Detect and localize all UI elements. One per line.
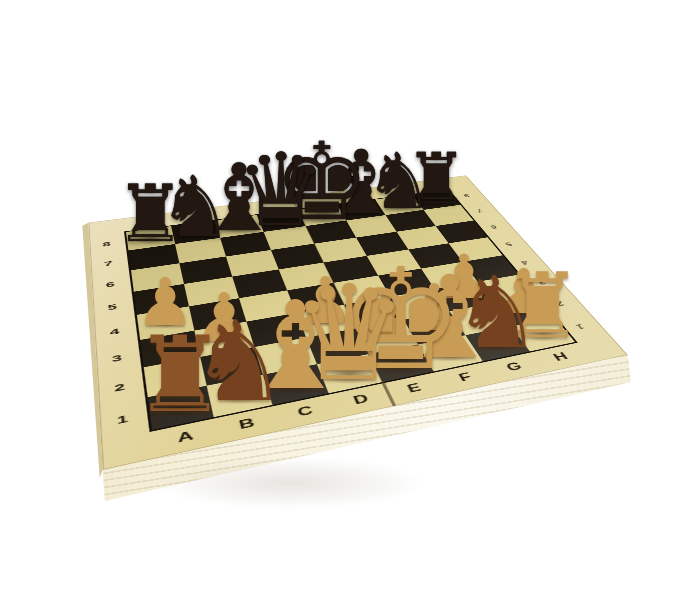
piece-black-bishop-f8: ♝ bbox=[276, 139, 446, 227]
piece-shadow bbox=[204, 332, 244, 346]
piece-black-knight-g8: ♞ bbox=[314, 143, 484, 220]
piece-shadow bbox=[127, 230, 174, 247]
piece-black-queen-d8: ♛ bbox=[196, 140, 366, 241]
piece-white-bishop-f1: ♝ bbox=[365, 261, 535, 375]
piece-white-pawn-e2: ♟ bbox=[302, 284, 472, 350]
piece-black-king-e8: ♚ bbox=[237, 129, 407, 236]
piece-shadow bbox=[359, 349, 443, 378]
piece-shadow bbox=[416, 341, 484, 365]
piece-white-pawn-b3: ♟ bbox=[139, 285, 309, 352]
piece-white-queen-d1: ♛ bbox=[264, 268, 434, 400]
piece-white-rook-a1: ♜ bbox=[95, 323, 265, 428]
piece-shadow bbox=[149, 397, 212, 419]
piece-white-pawn-a4: ♟ bbox=[80, 270, 250, 336]
piece-shadow bbox=[310, 360, 389, 388]
piece-white-bishop-c1: ♝ bbox=[210, 286, 380, 408]
piece-shadow bbox=[206, 384, 273, 407]
piece-white-pawn-d3: ♟ bbox=[241, 269, 411, 334]
piece-black-bishop-c8: ♝ bbox=[154, 152, 324, 245]
piece-shadow bbox=[467, 333, 527, 354]
piece-shadow bbox=[415, 193, 457, 208]
pieces-layer: ♜♞♝♛♚♝♞♜♜♞♝♛♚♝♞♜♟♟♟♟♟♟♟ bbox=[0, 0, 700, 600]
piece-shadow bbox=[306, 314, 345, 328]
piece-black-knight-b8: ♞ bbox=[110, 165, 280, 249]
piece-shadow bbox=[505, 304, 542, 317]
piece-shadow bbox=[170, 224, 220, 242]
piece-shadow bbox=[376, 197, 422, 213]
chess-set-photo: A11B22C33D44E55F66G77H88 ♜♞♝♛♚♝♞♜♜♞♝♛♚♝♞… bbox=[0, 0, 700, 600]
piece-white-knight-g1: ♞ bbox=[412, 263, 582, 363]
piece-shadow bbox=[146, 316, 185, 330]
piece-shadow bbox=[259, 372, 332, 398]
piece-white-pawn-g3: ♟ bbox=[379, 247, 549, 308]
piece-black-rook-h8: ♜ bbox=[351, 144, 521, 214]
piece-shadow bbox=[516, 325, 570, 344]
piece-shadow bbox=[290, 204, 354, 227]
piece-white-pawn-h2: ♟ bbox=[439, 261, 609, 323]
piece-shadow bbox=[367, 330, 407, 344]
piece-white-rook-h1: ♜ bbox=[458, 262, 628, 352]
piece-shadow bbox=[211, 217, 267, 236]
piece-white-pawn-f2: ♟ bbox=[349, 276, 519, 341]
piece-white-king-e1: ♚ bbox=[316, 251, 486, 390]
piece-shadow bbox=[446, 290, 482, 303]
piece-black-rook-a8: ♜ bbox=[65, 175, 235, 254]
piece-shadow bbox=[415, 321, 454, 335]
piece-white-knight-b1: ♞ bbox=[154, 306, 324, 417]
piece-shadow bbox=[335, 201, 388, 220]
piece-shadow bbox=[251, 210, 311, 231]
